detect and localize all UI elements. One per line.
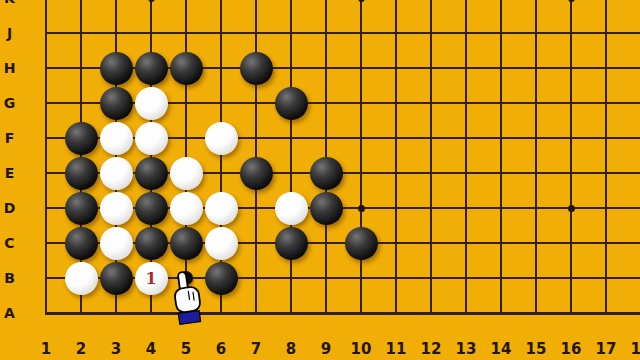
col-label-12: 12 — [419, 340, 443, 358]
column-coordinate-labels: 123456789101112131415161718 — [0, 0, 640, 360]
col-label-1: 1 — [34, 340, 58, 358]
col-label-13: 13 — [454, 340, 478, 358]
col-label-8: 8 — [279, 340, 303, 358]
hand-cursor-icon — [165, 269, 208, 327]
col-label-3: 3 — [104, 340, 128, 358]
go-board-screenshot: 1 ABCDEFGHJK 123456789101112131415161718 — [0, 0, 640, 360]
col-label-16: 16 — [559, 340, 583, 358]
go-board[interactable]: 1 ABCDEFGHJK 123456789101112131415161718 — [0, 0, 640, 360]
col-label-11: 11 — [384, 340, 408, 358]
col-label-9: 9 — [314, 340, 338, 358]
col-label-18: 18 — [629, 340, 640, 358]
col-label-10: 10 — [349, 340, 373, 358]
col-label-6: 6 — [209, 340, 233, 358]
col-label-17: 17 — [594, 340, 618, 358]
col-label-7: 7 — [244, 340, 268, 358]
col-label-2: 2 — [69, 340, 93, 358]
col-label-5: 5 — [174, 340, 198, 358]
col-label-14: 14 — [489, 340, 513, 358]
col-label-4: 4 — [139, 340, 163, 358]
col-label-15: 15 — [524, 340, 548, 358]
